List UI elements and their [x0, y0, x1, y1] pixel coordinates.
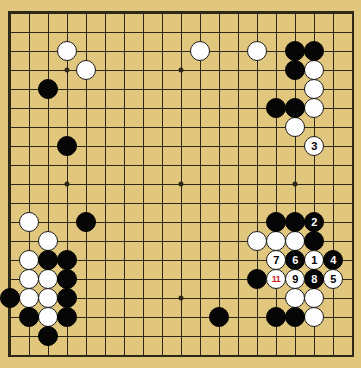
black-stone-q3: [285, 307, 305, 327]
move-3-stone-r12: 3: [304, 136, 324, 156]
star-point-q10: [293, 182, 298, 187]
white-stone-r15: [304, 79, 324, 99]
move-11-stone-p5: 11: [266, 269, 286, 289]
white-stone-o7: [247, 231, 267, 251]
white-stone-r3: [304, 307, 324, 327]
black-stone-d4: [57, 288, 77, 308]
move-8-stone-r5: 8: [304, 269, 324, 289]
white-stone-r14: [304, 98, 324, 118]
black-stone-o5: [247, 269, 267, 289]
white-stone-o17: [247, 41, 267, 61]
white-stone-q4: [285, 288, 305, 308]
black-stone-b3: [19, 307, 39, 327]
black-stone-r17: [304, 41, 324, 61]
go-board[interactable]: 12345678911: [0, 0, 361, 368]
white-stone-q13: [285, 117, 305, 137]
white-stone-b4: [19, 288, 39, 308]
black-stone-r7: [304, 231, 324, 251]
black-stone-d12: [57, 136, 77, 156]
black-stone-q8: [285, 212, 305, 232]
white-stone-e16: [76, 60, 96, 80]
black-stone-m3: [209, 307, 229, 327]
white-stone-c5: [38, 269, 58, 289]
star-point-d16: [65, 68, 70, 73]
white-stone-b6: [19, 250, 39, 270]
black-stone-p8: [266, 212, 286, 232]
black-stone-p14: [266, 98, 286, 118]
black-stone-a4: [0, 288, 20, 308]
black-stone-q14: [285, 98, 305, 118]
white-stone-r4: [304, 288, 324, 308]
white-stone-r16: [304, 60, 324, 80]
white-stone-c3: [38, 307, 58, 327]
black-stone-d6: [57, 250, 77, 270]
star-point-k16: [179, 68, 184, 73]
move-7-stone-p6: 7: [266, 250, 286, 270]
white-stone-q7: [285, 231, 305, 251]
move-6-stone-q6: 6: [285, 250, 305, 270]
move-2-stone-r8: 2: [304, 212, 324, 232]
star-point-k10: [179, 182, 184, 187]
black-stone-q17: [285, 41, 305, 61]
move-5-stone-s5: 5: [323, 269, 343, 289]
black-stone-d3: [57, 307, 77, 327]
black-stone-q16: [285, 60, 305, 80]
black-stone-c15: [38, 79, 58, 99]
white-stone-c4: [38, 288, 58, 308]
move-9-stone-q5: 9: [285, 269, 305, 289]
black-stone-e8: [76, 212, 96, 232]
black-stone-c6: [38, 250, 58, 270]
white-stone-b5: [19, 269, 39, 289]
white-stone-l17: [190, 41, 210, 61]
star-point-d10: [65, 182, 70, 187]
white-stone-d17: [57, 41, 77, 61]
star-point-k4: [179, 296, 184, 301]
black-stone-p3: [266, 307, 286, 327]
move-4-stone-s6: 4: [323, 250, 343, 270]
white-stone-b8: [19, 212, 39, 232]
black-stone-d5: [57, 269, 77, 289]
white-stone-c7: [38, 231, 58, 251]
move-1-stone-r6: 1: [304, 250, 324, 270]
black-stone-c2: [38, 326, 58, 346]
white-stone-p7: [266, 231, 286, 251]
